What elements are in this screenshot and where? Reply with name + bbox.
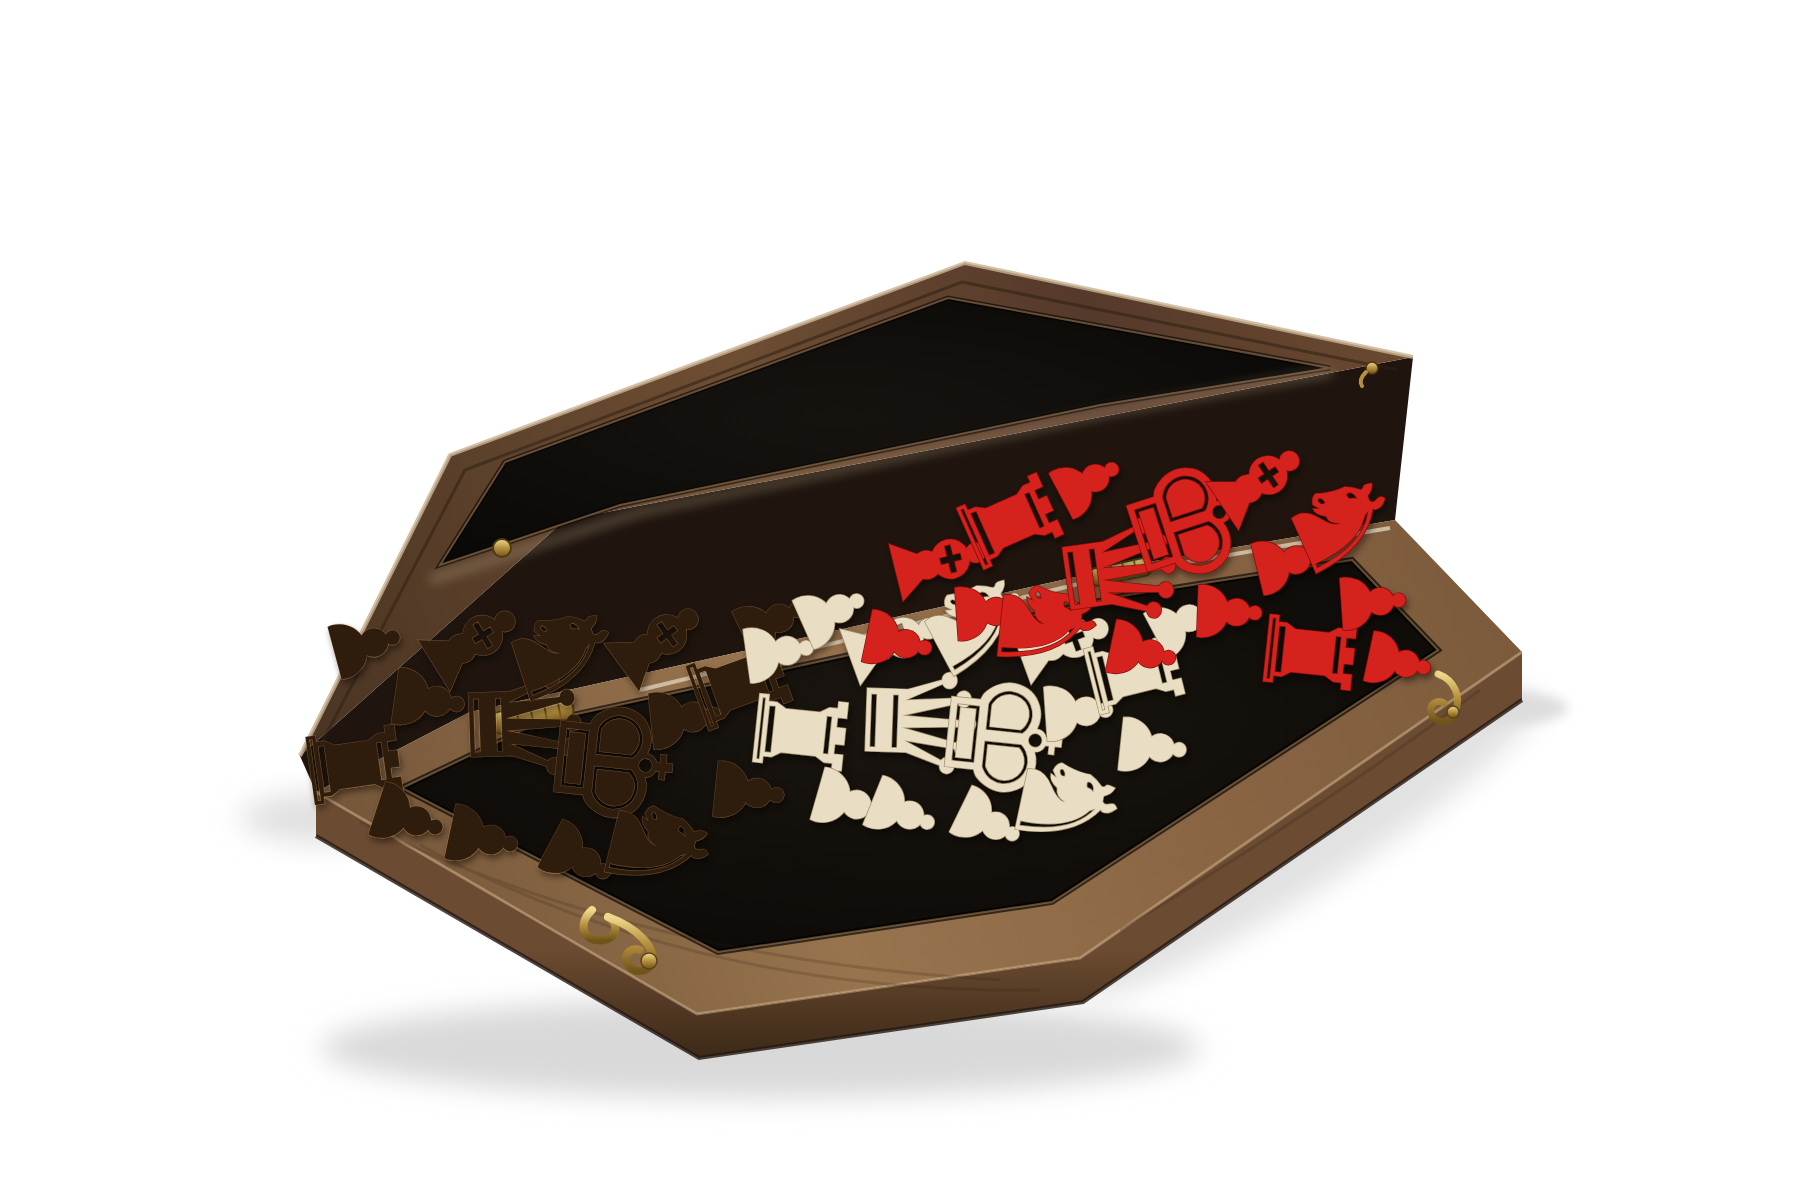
chess-case-illustration: Opened hexagonal folding wooden chess ca… xyxy=(0,0,1800,1200)
brass-knob-on-lid-rim xyxy=(493,539,511,557)
product-photo-scene: Opened hexagonal folding wooden chess ca… xyxy=(0,0,1800,1200)
chess-piece-cream-pawn: ♟ xyxy=(1096,701,1209,792)
